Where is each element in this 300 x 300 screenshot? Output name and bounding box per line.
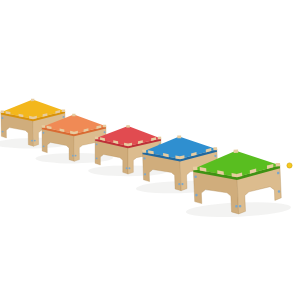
- brand-sticker: [287, 163, 292, 168]
- product-photo-stage: Five wooden children's step stools with …: [0, 0, 300, 300]
- stools-photo-svg: [0, 0, 300, 300]
